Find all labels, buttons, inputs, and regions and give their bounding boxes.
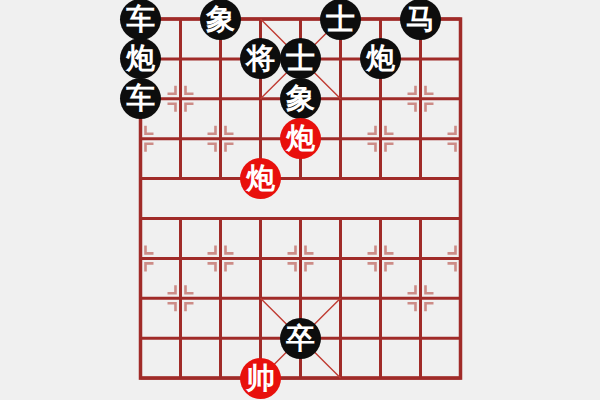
piece-black-advisor[interactable]: 士 xyxy=(280,38,321,79)
piece-red-cannon[interactable]: 炮 xyxy=(280,118,321,159)
piece-black-chariot[interactable]: 车 xyxy=(120,78,161,119)
piece-black-general[interactable]: 将 xyxy=(240,38,281,79)
piece-black-elephant[interactable]: 象 xyxy=(200,0,241,40)
pieces-layer: 车象士马炮将士炮车象炮炮卒帅 xyxy=(0,0,600,400)
piece-black-cannon[interactable]: 炮 xyxy=(120,38,161,79)
piece-black-advisor[interactable]: 士 xyxy=(320,0,361,40)
piece-red-cannon[interactable]: 炮 xyxy=(240,158,281,199)
piece-black-chariot[interactable]: 车 xyxy=(120,0,161,40)
piece-black-pawn[interactable]: 卒 xyxy=(280,318,321,359)
xiangqi-app: 车象士马炮将士炮车象炮炮卒帅 xyxy=(0,0,600,400)
piece-black-elephant[interactable]: 象 xyxy=(280,78,321,119)
piece-red-general[interactable]: 帅 xyxy=(240,358,281,399)
piece-black-cannon[interactable]: 炮 xyxy=(360,38,401,79)
piece-black-horse[interactable]: 马 xyxy=(400,0,441,40)
